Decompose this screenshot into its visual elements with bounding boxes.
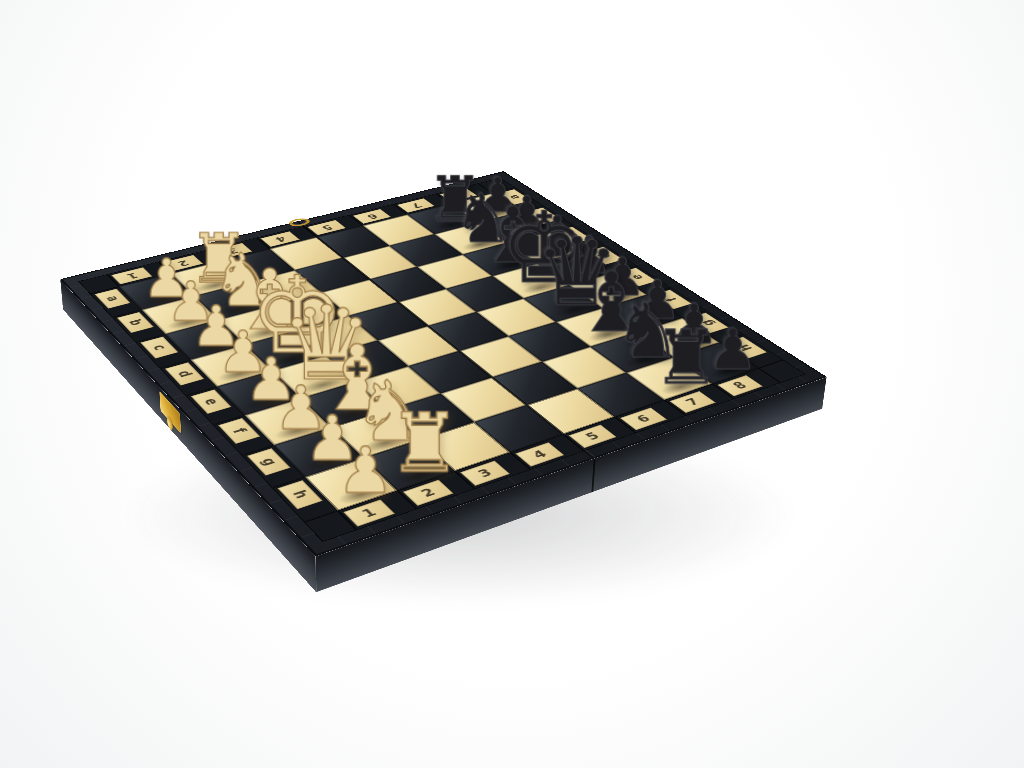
- scene: 12345678a♟♜♜♟ab♟♞♞♟bc♟♝♝♟cd♟♚♚♟de♟♛♛♟ef♟…: [0, 0, 1024, 768]
- board-surface: 12345678a♟♜♜♟ab♟♞♞♟bc♟♝♝♟cd♟♚♚♟de♟♛♛♟ef♟…: [78, 178, 806, 542]
- chess-board: 12345678a♟♜♜♟ab♟♞♞♟bc♟♝♝♟cd♟♚♚♟de♟♛♛♟ef♟…: [60, 171, 827, 556]
- white-pawn-h1[interactable]: ♟: [337, 444, 394, 498]
- white-rook-h2[interactable]: ♜: [388, 409, 461, 478]
- rank-label-chip: 6: [353, 209, 392, 224]
- black-rook-h7[interactable]: ♜: [652, 327, 719, 390]
- rank-label-chip: 8: [717, 375, 763, 397]
- fold-seam-side: [591, 458, 595, 493]
- brass-clasp: [159, 389, 181, 439]
